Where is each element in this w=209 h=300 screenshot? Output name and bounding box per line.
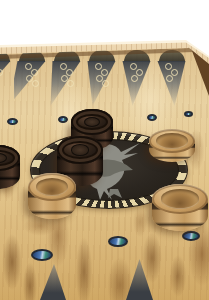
- abalone-dot: [7, 118, 18, 125]
- abalone-dot: [184, 111, 193, 117]
- ring-ornament-icon: [31, 69, 38, 76]
- ring-ornament-icon: [136, 69, 143, 76]
- light-checker[interactable]: [28, 173, 76, 219]
- abalone-dot: [147, 114, 157, 121]
- point-2: [14, 50, 49, 128]
- ring-ornament-icon: [67, 80, 74, 87]
- point-1: [0, 50, 14, 128]
- abalone-dot: [31, 249, 53, 261]
- ring-ornament-icon: [171, 69, 178, 76]
- light-checker[interactable]: [149, 129, 195, 162]
- ring-ornament-icon: [0, 69, 3, 76]
- ring-ornament-icon: [165, 63, 172, 70]
- ring-ornament-icon: [95, 63, 102, 70]
- ring-ornament-icon: [101, 69, 108, 76]
- abalone-dot: [108, 236, 128, 247]
- ring-ornament-icon: [25, 63, 32, 70]
- abalone-dot: [182, 231, 200, 241]
- ring-ornament-icon: [32, 80, 39, 87]
- ring-ornament-icon: [166, 75, 173, 82]
- ring-ornament-icon: [66, 69, 73, 76]
- ring-ornament-icon: [60, 63, 67, 70]
- ring-ornament-icon: [131, 75, 138, 82]
- dark-checker[interactable]: [0, 145, 20, 189]
- backgammon-board-photo: [0, 0, 209, 300]
- light-checker[interactable]: [152, 184, 208, 231]
- abalone-dot: [58, 116, 68, 123]
- point-6: [154, 50, 189, 128]
- ring-ornament-icon: [102, 80, 109, 87]
- ring-ornament-icon: [130, 63, 137, 70]
